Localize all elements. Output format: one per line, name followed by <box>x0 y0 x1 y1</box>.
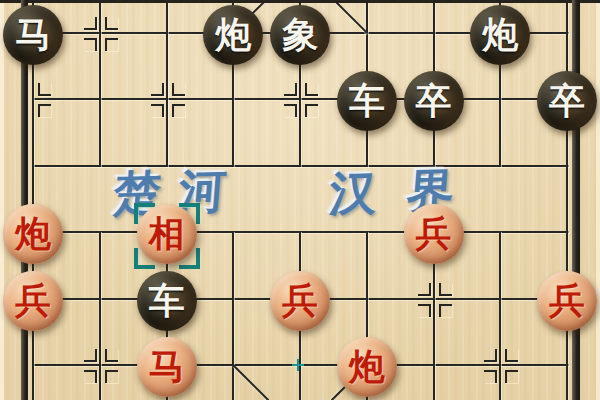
palace-diagonal-line <box>333 0 368 34</box>
point-marker-corner <box>418 283 431 296</box>
piece-character: 兵 <box>549 271 585 331</box>
point-marker-corner <box>439 283 452 296</box>
point-marker-corner <box>172 83 185 96</box>
point-marker-corner <box>439 304 452 317</box>
point-marker-corner <box>84 370 97 383</box>
piece-character: 车 <box>149 271 185 331</box>
piece-character: 兵 <box>15 271 51 331</box>
point-marker-corner <box>305 83 318 96</box>
piece-character: 炮 <box>482 5 518 65</box>
board-top-border <box>0 0 600 3</box>
point-marker-corner <box>284 83 297 96</box>
piece-red-cannon[interactable]: 炮 <box>337 337 397 397</box>
piece-black-horse[interactable]: 马 <box>3 5 63 65</box>
point-marker-corner <box>505 349 518 362</box>
board-right-edge-strip <box>596 0 600 400</box>
piece-black-chariot[interactable]: 车 <box>337 71 397 131</box>
piece-character: 炮 <box>215 5 251 65</box>
piece-red-horse[interactable]: 马 <box>137 337 197 397</box>
piece-black-cannon[interactable]: 炮 <box>470 5 530 65</box>
piece-character: 炮 <box>349 337 385 397</box>
piece-character: 卒 <box>416 71 452 131</box>
point-marker-corner <box>105 370 118 383</box>
piece-black-cannon[interactable]: 炮 <box>203 5 263 65</box>
move-point-marker-bar <box>297 359 299 371</box>
palace-diagonal-line <box>233 364 270 400</box>
piece-black-soldier[interactable]: 卒 <box>537 71 597 131</box>
xiangqi-board[interactable]: 楚河 汉界 马炮象炮车卒卒炮相兵兵车兵兵马炮 <box>0 0 600 400</box>
piece-character: 兵 <box>282 271 318 331</box>
point-marker-corner <box>505 370 518 383</box>
piece-red-soldier[interactable]: 兵 <box>537 271 597 331</box>
point-marker-corner <box>484 349 497 362</box>
point-marker-corner <box>151 83 164 96</box>
point-marker-corner <box>105 38 118 51</box>
point-marker-corner <box>84 17 97 30</box>
move-point-marker-icon[interactable] <box>292 359 304 371</box>
piece-red-soldier[interactable]: 兵 <box>404 204 464 264</box>
piece-character: 相 <box>149 204 185 264</box>
piece-red-elephant[interactable]: 相 <box>137 204 197 264</box>
point-marker-corner <box>105 17 118 30</box>
piece-character: 马 <box>15 5 51 65</box>
point-marker-corner <box>151 104 164 117</box>
point-marker-corner <box>484 370 497 383</box>
point-marker-corner <box>38 104 51 117</box>
board-left-edge-strip <box>0 0 4 400</box>
point-marker-corner <box>305 104 318 117</box>
piece-black-elephant[interactable]: 象 <box>270 5 330 65</box>
river-text-right: 汉界 <box>328 166 486 217</box>
piece-character: 马 <box>149 337 185 397</box>
point-marker-corner <box>172 104 185 117</box>
piece-character: 兵 <box>416 204 452 264</box>
point-marker-corner <box>38 83 51 96</box>
board-right-border <box>572 0 580 400</box>
piece-black-chariot[interactable]: 车 <box>137 271 197 331</box>
point-marker-corner <box>105 349 118 362</box>
point-marker-corner <box>84 349 97 362</box>
piece-red-soldier[interactable]: 兵 <box>270 271 330 331</box>
piece-black-soldier[interactable]: 卒 <box>404 71 464 131</box>
point-marker-corner <box>84 38 97 51</box>
piece-red-soldier[interactable]: 兵 <box>3 271 63 331</box>
piece-red-cannon[interactable]: 炮 <box>3 204 63 264</box>
piece-character: 卒 <box>549 71 585 131</box>
piece-character: 象 <box>282 5 318 65</box>
piece-character: 车 <box>349 71 385 131</box>
point-marker-corner <box>284 104 297 117</box>
piece-character: 炮 <box>15 204 51 264</box>
point-marker-corner <box>418 304 431 317</box>
